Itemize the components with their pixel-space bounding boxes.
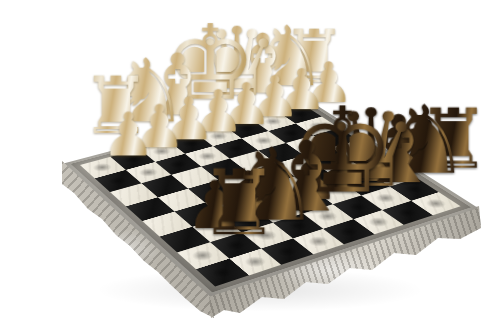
white-pawn-glyph: ♟ (102, 104, 156, 164)
scene: ♜♞♝♚♛♝♞♜♟♟♟♟♟♟♟♟♟♟♟♟♟♟♟♟♜♞♝♚♛♝♞♜ (0, 0, 500, 319)
chess-set-photo: ♜♞♝♚♛♝♞♜♟♟♟♟♟♟♟♟♟♟♟♟♟♟♟♟♜♞♝♚♛♝♞♜ (0, 0, 500, 319)
black-rook-glyph: ♜ (199, 158, 280, 248)
board-grid: ♜♞♝♚♛♝♞♜♟♟♟♟♟♟♟♟♟♟♟♟♟♟♟♟♜♞♝♚♛♝♞♜ (80, 105, 461, 286)
stone-slab-board: ♜♞♝♚♛♝♞♜♟♟♟♟♟♟♟♟♟♟♟♟♟♟♟♟♜♞♝♚♛♝♞♜ (64, 99, 478, 296)
